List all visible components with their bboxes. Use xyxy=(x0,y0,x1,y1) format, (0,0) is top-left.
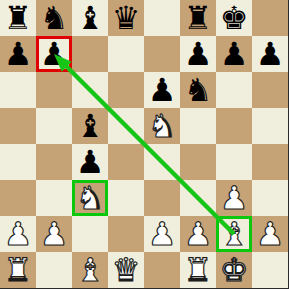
square-c7[interactable] xyxy=(72,36,108,72)
piece-black-pawn[interactable]: ♟ xyxy=(184,36,213,72)
square-c2[interactable] xyxy=(72,216,108,252)
piece-black-queen[interactable]: ♛ xyxy=(112,0,141,36)
chess-board: ♜♞♝♛♜♚♟♟♟♟♟♟♞♝♞♟♞♟♟♟♟♟♝♟♜♝♛♜♚ xyxy=(0,0,288,288)
square-e1[interactable] xyxy=(144,252,180,288)
square-g3[interactable]: ♟ xyxy=(216,180,252,216)
square-a1[interactable]: ♜ xyxy=(0,252,36,288)
square-g1[interactable]: ♚ xyxy=(216,252,252,288)
piece-white-rook[interactable]: ♜ xyxy=(184,252,213,288)
square-d5[interactable] xyxy=(108,108,144,144)
piece-white-pawn[interactable]: ♟ xyxy=(40,216,69,252)
piece-black-king[interactable]: ♚ xyxy=(220,0,249,36)
square-g4[interactable] xyxy=(216,144,252,180)
square-e7[interactable] xyxy=(144,36,180,72)
square-a8[interactable]: ♜ xyxy=(0,0,36,36)
square-f4[interactable] xyxy=(180,144,216,180)
board-frame: ♜♞♝♛♜♚♟♟♟♟♟♟♞♝♞♟♞♟♟♟♟♟♝♟♜♝♛♜♚ xyxy=(0,0,289,289)
piece-white-pawn[interactable]: ♟ xyxy=(220,180,249,216)
square-a2[interactable]: ♟ xyxy=(0,216,36,252)
square-e8[interactable] xyxy=(144,0,180,36)
square-c4[interactable]: ♟ xyxy=(72,144,108,180)
square-f2[interactable]: ♟ xyxy=(180,216,216,252)
piece-black-pawn[interactable]: ♟ xyxy=(256,36,285,72)
piece-white-pawn[interactable]: ♟ xyxy=(184,216,213,252)
piece-black-pawn[interactable]: ♟ xyxy=(76,144,105,180)
piece-black-bishop[interactable]: ♝ xyxy=(76,108,105,144)
square-e6[interactable]: ♟ xyxy=(144,72,180,108)
square-c5[interactable]: ♝ xyxy=(72,108,108,144)
square-b3[interactable] xyxy=(36,180,72,216)
square-f8[interactable]: ♜ xyxy=(180,0,216,36)
square-b7[interactable]: ♟ xyxy=(36,36,72,72)
square-f1[interactable]: ♜ xyxy=(180,252,216,288)
piece-black-knight[interactable]: ♞ xyxy=(40,0,69,36)
square-e2[interactable]: ♟ xyxy=(144,216,180,252)
square-d7[interactable] xyxy=(108,36,144,72)
square-h7[interactable]: ♟ xyxy=(252,36,288,72)
piece-white-pawn[interactable]: ♟ xyxy=(4,216,33,252)
square-c1[interactable]: ♝ xyxy=(72,252,108,288)
piece-black-pawn[interactable]: ♟ xyxy=(220,36,249,72)
square-d4[interactable] xyxy=(108,144,144,180)
square-b4[interactable] xyxy=(36,144,72,180)
piece-white-queen[interactable]: ♛ xyxy=(112,252,141,288)
piece-black-pawn[interactable]: ♟ xyxy=(148,72,177,108)
piece-white-knight[interactable]: ♞ xyxy=(148,108,177,144)
square-e5[interactable]: ♞ xyxy=(144,108,180,144)
square-h6[interactable] xyxy=(252,72,288,108)
square-c6[interactable] xyxy=(72,72,108,108)
square-a4[interactable] xyxy=(0,144,36,180)
square-f6[interactable]: ♞ xyxy=(180,72,216,108)
square-f7[interactable]: ♟ xyxy=(180,36,216,72)
piece-black-rook[interactable]: ♜ xyxy=(184,0,213,36)
piece-white-bishop[interactable]: ♝ xyxy=(76,252,105,288)
square-d8[interactable]: ♛ xyxy=(108,0,144,36)
square-a5[interactable] xyxy=(0,108,36,144)
square-h3[interactable] xyxy=(252,180,288,216)
square-g6[interactable] xyxy=(216,72,252,108)
square-h5[interactable] xyxy=(252,108,288,144)
piece-black-bishop[interactable]: ♝ xyxy=(76,0,105,36)
square-g5[interactable] xyxy=(216,108,252,144)
square-b2[interactable]: ♟ xyxy=(36,216,72,252)
square-d1[interactable]: ♛ xyxy=(108,252,144,288)
piece-white-bishop[interactable]: ♝ xyxy=(220,216,249,252)
square-e3[interactable] xyxy=(144,180,180,216)
square-b1[interactable] xyxy=(36,252,72,288)
square-f5[interactable] xyxy=(180,108,216,144)
square-d2[interactable] xyxy=(108,216,144,252)
piece-black-pawn[interactable]: ♟ xyxy=(40,36,69,72)
piece-black-pawn[interactable]: ♟ xyxy=(4,36,33,72)
square-h4[interactable] xyxy=(252,144,288,180)
square-h2[interactable]: ♟ xyxy=(252,216,288,252)
piece-black-rook[interactable]: ♜ xyxy=(4,0,33,36)
square-b6[interactable] xyxy=(36,72,72,108)
square-f3[interactable] xyxy=(180,180,216,216)
square-g8[interactable]: ♚ xyxy=(216,0,252,36)
piece-white-knight[interactable]: ♞ xyxy=(76,180,105,216)
square-e4[interactable] xyxy=(144,144,180,180)
square-b5[interactable] xyxy=(36,108,72,144)
piece-white-pawn[interactable]: ♟ xyxy=(256,216,285,252)
square-d3[interactable] xyxy=(108,180,144,216)
square-g2[interactable]: ♝ xyxy=(216,216,252,252)
square-a6[interactable] xyxy=(0,72,36,108)
square-h8[interactable] xyxy=(252,0,288,36)
piece-white-pawn[interactable]: ♟ xyxy=(148,216,177,252)
square-b8[interactable]: ♞ xyxy=(36,0,72,36)
square-a3[interactable] xyxy=(0,180,36,216)
piece-white-rook[interactable]: ♜ xyxy=(4,252,33,288)
square-a7[interactable]: ♟ xyxy=(0,36,36,72)
square-g7[interactable]: ♟ xyxy=(216,36,252,72)
square-c8[interactable]: ♝ xyxy=(72,0,108,36)
square-d6[interactable] xyxy=(108,72,144,108)
piece-black-knight[interactable]: ♞ xyxy=(184,72,213,108)
piece-white-king[interactable]: ♚ xyxy=(220,252,249,288)
square-c3[interactable]: ♞ xyxy=(72,180,108,216)
square-h1[interactable] xyxy=(252,252,288,288)
